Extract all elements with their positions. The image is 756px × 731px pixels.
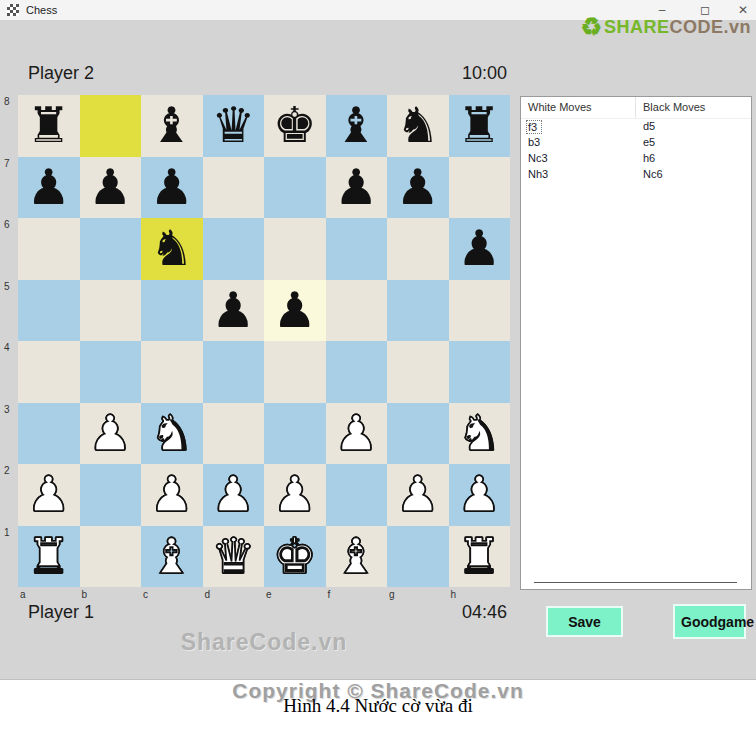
square-b1[interactable]	[80, 526, 142, 588]
file-label-h: h	[451, 589, 457, 600]
square-e6[interactable]	[264, 218, 326, 280]
square-c5[interactable]	[141, 280, 203, 342]
square-g1[interactable]	[387, 526, 449, 588]
rank-label-2: 2	[4, 465, 10, 476]
square-b6[interactable]	[80, 218, 142, 280]
piece-black-rook: ♜	[457, 95, 501, 156]
square-c8[interactable]: ♝	[141, 95, 203, 157]
chess-board: ♜♝♛♚♝♞♜♟♟♟♟♟♞♟♟♟♟♞♟♞♟♟♟♟♟♟♜♝♛♚♝♜	[18, 95, 510, 587]
rank-label-4: 4	[4, 342, 10, 353]
file-label-e: e	[266, 589, 272, 600]
move-list-panel: White Moves Black Moves f3d5b3e5Nc3h6Nh3…	[520, 96, 752, 590]
square-f6[interactable]	[326, 218, 388, 280]
square-h8[interactable]: ♜	[449, 95, 511, 157]
white-move-cell[interactable]: f3	[521, 119, 636, 135]
board-watermark: ShareCode.vn	[18, 629, 510, 656]
piece-black-knight: ♞	[150, 218, 194, 279]
window-title: Chess	[26, 4, 57, 16]
square-a2[interactable]: ♟	[18, 464, 80, 526]
black-move-cell[interactable]: Nc6	[636, 167, 751, 183]
figure-caption: Hình 4.4 Nước cờ vừa đi	[0, 695, 756, 717]
piece-white-rook: ♜	[457, 526, 501, 587]
white-move-cell[interactable]: Nh3	[521, 167, 636, 183]
piece-white-king: ♚	[273, 526, 317, 587]
square-g3[interactable]	[387, 403, 449, 465]
square-e5[interactable]: ♟	[264, 280, 326, 342]
square-f5[interactable]	[326, 280, 388, 342]
file-label-b: b	[82, 589, 88, 600]
piece-white-pawn: ♟	[150, 464, 194, 525]
player2-clock: 10:00	[18, 63, 507, 84]
square-d5[interactable]: ♟	[203, 280, 265, 342]
piece-white-bishop: ♝	[334, 526, 378, 587]
square-b5[interactable]	[80, 280, 142, 342]
square-b4[interactable]	[80, 341, 142, 403]
logo-text-code: CODE.vn	[669, 17, 751, 38]
square-h6[interactable]: ♟	[449, 218, 511, 280]
file-label-f: f	[328, 589, 331, 600]
square-c3[interactable]: ♞	[141, 403, 203, 465]
square-f1[interactable]: ♝	[326, 526, 388, 588]
piece-black-queen: ♛	[211, 95, 255, 156]
square-a5[interactable]	[18, 280, 80, 342]
square-b2[interactable]	[80, 464, 142, 526]
piece-white-pawn: ♟	[334, 403, 378, 464]
square-e3[interactable]	[264, 403, 326, 465]
square-e7[interactable]	[264, 157, 326, 219]
square-f3[interactable]: ♟	[326, 403, 388, 465]
sharecode-logo: ♻ SHARE CODE.vn	[580, 15, 751, 39]
square-d4[interactable]	[203, 341, 265, 403]
square-g2[interactable]: ♟	[387, 464, 449, 526]
file-label-g: g	[389, 589, 395, 600]
move-list-bottom-line	[534, 582, 737, 583]
white-moves-header[interactable]: White Moves	[521, 97, 636, 118]
square-e2[interactable]: ♟	[264, 464, 326, 526]
square-c2[interactable]: ♟	[141, 464, 203, 526]
square-f7[interactable]: ♟	[326, 157, 388, 219]
square-a6[interactable]	[18, 218, 80, 280]
move-rows: f3d5b3e5Nc3h6Nh3Nc6	[521, 119, 751, 183]
square-d8[interactable]: ♛	[203, 95, 265, 157]
square-a1[interactable]: ♜	[18, 526, 80, 588]
square-h5[interactable]	[449, 280, 511, 342]
piece-black-king: ♚	[273, 95, 317, 156]
square-b3[interactable]: ♟	[80, 403, 142, 465]
white-move-cell[interactable]: Nc3	[521, 151, 636, 167]
piece-black-pawn: ♟	[150, 157, 194, 218]
black-move-cell[interactable]: d5	[636, 119, 751, 135]
square-g5[interactable]	[387, 280, 449, 342]
move-row: f3d5	[521, 119, 751, 135]
black-move-cell[interactable]: e5	[636, 135, 751, 151]
square-d6[interactable]	[203, 218, 265, 280]
square-h2[interactable]: ♟	[449, 464, 511, 526]
square-b8[interactable]	[80, 95, 142, 157]
move-list-header: White Moves Black Moves	[521, 97, 751, 119]
rank-label-7: 7	[4, 158, 10, 169]
square-g7[interactable]: ♟	[387, 157, 449, 219]
square-g4[interactable]	[387, 341, 449, 403]
white-move-cell[interactable]: b3	[521, 135, 636, 151]
square-a8[interactable]: ♜	[18, 95, 80, 157]
square-d2[interactable]: ♟	[203, 464, 265, 526]
piece-black-bishop: ♝	[334, 95, 378, 156]
piece-black-rook: ♜	[27, 95, 71, 156]
piece-white-bishop: ♝	[150, 526, 194, 587]
chess-app-window: Chess – ◻ ✕ ♻ SHARE CODE.vn Player 2 10:…	[0, 0, 756, 731]
black-move-cell[interactable]: h6	[636, 151, 751, 167]
file-label-d: d	[205, 589, 211, 600]
logo-text-share: SHARE	[604, 17, 670, 38]
square-a4[interactable]	[18, 341, 80, 403]
rank-label-5: 5	[4, 281, 10, 292]
piece-black-bishop: ♝	[150, 95, 194, 156]
square-c7[interactable]: ♟	[141, 157, 203, 219]
rank-label-1: 1	[4, 527, 10, 538]
square-f2[interactable]	[326, 464, 388, 526]
file-label-a: a	[20, 589, 26, 600]
square-e4[interactable]	[264, 341, 326, 403]
chess-app-icon	[7, 4, 19, 16]
focused-move[interactable]: f3	[526, 120, 542, 134]
piece-black-pawn: ♟	[396, 157, 440, 218]
piece-white-rook: ♜	[27, 526, 71, 587]
piece-white-knight: ♞	[150, 403, 194, 464]
piece-black-pawn: ♟	[457, 218, 501, 279]
piece-white-queen: ♛	[211, 526, 255, 587]
square-a7[interactable]: ♟	[18, 157, 80, 219]
square-f8[interactable]: ♝	[326, 95, 388, 157]
piece-black-pawn: ♟	[88, 157, 132, 218]
file-label-c: c	[143, 589, 148, 600]
square-h4[interactable]	[449, 341, 511, 403]
piece-white-pawn: ♟	[396, 464, 440, 525]
square-c6[interactable]: ♞	[141, 218, 203, 280]
piece-white-pawn: ♟	[211, 464, 255, 525]
square-h7[interactable]	[449, 157, 511, 219]
goodgame-button[interactable]: Goodgame	[673, 604, 746, 639]
rank-label-6: 6	[4, 219, 10, 230]
save-button[interactable]: Save	[546, 606, 623, 637]
square-d3[interactable]	[203, 403, 265, 465]
square-h1[interactable]: ♜	[449, 526, 511, 588]
rank-label-8: 8	[4, 96, 10, 107]
square-c4[interactable]	[141, 341, 203, 403]
move-row: Nh3Nc6	[521, 167, 751, 183]
square-f4[interactable]	[326, 341, 388, 403]
piece-black-pawn: ♟	[273, 280, 317, 341]
square-e1[interactable]: ♚	[264, 526, 326, 588]
piece-white-pawn: ♟	[88, 403, 132, 464]
piece-black-pawn: ♟	[27, 157, 71, 218]
piece-white-pawn: ♟	[27, 464, 71, 525]
player1-clock: 04:46	[18, 602, 507, 623]
square-g8[interactable]: ♞	[387, 95, 449, 157]
piece-white-knight: ♞	[457, 403, 501, 464]
square-d7[interactable]	[203, 157, 265, 219]
square-g6[interactable]	[387, 218, 449, 280]
piece-black-pawn: ♟	[211, 280, 255, 341]
square-b7[interactable]: ♟	[80, 157, 142, 219]
recycle-icon: ♻	[580, 15, 602, 39]
piece-white-pawn: ♟	[273, 464, 317, 525]
piece-black-knight: ♞	[396, 95, 440, 156]
square-d1[interactable]: ♛	[203, 526, 265, 588]
move-row: Nc3h6	[521, 151, 751, 167]
piece-black-pawn: ♟	[334, 157, 378, 218]
move-row: b3e5	[521, 135, 751, 151]
square-c1[interactable]: ♝	[141, 526, 203, 588]
square-h3[interactable]: ♞	[449, 403, 511, 465]
rank-label-3: 3	[4, 404, 10, 415]
square-e8[interactable]: ♚	[264, 95, 326, 157]
square-a3[interactable]	[18, 403, 80, 465]
piece-white-pawn: ♟	[457, 464, 501, 525]
black-moves-header[interactable]: Black Moves	[636, 97, 751, 118]
